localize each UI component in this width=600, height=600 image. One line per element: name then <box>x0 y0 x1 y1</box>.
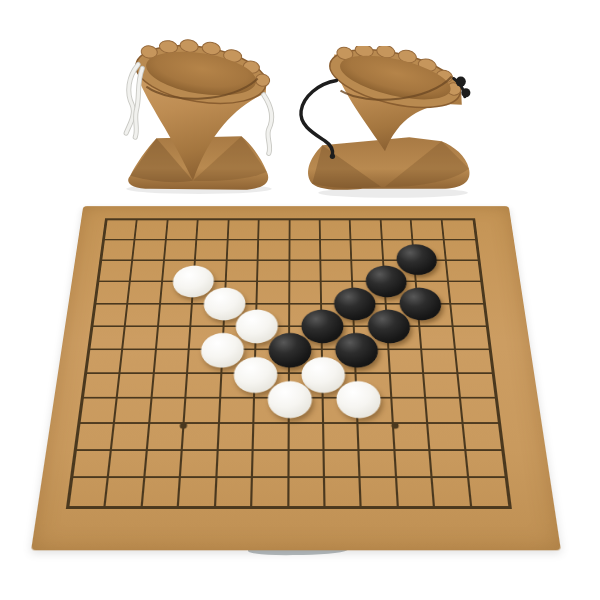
board-cell <box>289 478 326 506</box>
board-cell <box>93 304 128 327</box>
board-cell <box>324 424 360 450</box>
board-cell <box>217 451 254 478</box>
board-cell <box>431 451 469 478</box>
board-cell <box>389 350 424 374</box>
board-cell <box>469 478 508 506</box>
board-cell <box>73 451 112 478</box>
black-stone[interactable] <box>268 333 311 368</box>
board-cell <box>258 261 290 282</box>
board-cell <box>394 424 431 450</box>
board-cell <box>463 424 501 450</box>
board-cell <box>290 240 321 261</box>
board-cell <box>196 240 228 261</box>
board-cell <box>90 327 126 350</box>
board-cell <box>220 399 255 425</box>
board-cell <box>136 220 169 240</box>
board-cell <box>289 451 325 478</box>
board-cell <box>179 478 217 506</box>
board-cell <box>252 478 289 506</box>
board-cell <box>99 261 133 282</box>
board-cell <box>150 399 187 425</box>
board-cell <box>290 282 322 304</box>
board-cell <box>145 451 183 478</box>
board-cell <box>115 399 152 425</box>
stone-bag-black-cord <box>292 46 480 198</box>
board-cell <box>449 282 483 304</box>
board-perspective-wrap <box>31 206 561 550</box>
board-cell <box>433 478 472 506</box>
board-cell <box>84 374 121 399</box>
board-cell <box>77 424 115 450</box>
board-cell <box>290 220 321 240</box>
board-cell <box>131 261 165 282</box>
board-cell <box>70 478 110 506</box>
white-stone[interactable] <box>302 357 346 393</box>
board-cell <box>391 374 427 399</box>
board-cell <box>461 399 498 425</box>
board-cell <box>253 451 289 478</box>
stone-bag-white-cord <box>116 38 288 194</box>
board-cell <box>197 220 229 240</box>
board-cell <box>167 220 199 240</box>
board-cell <box>121 350 157 374</box>
stone-bag-illustration <box>292 46 480 198</box>
board-cell <box>257 282 289 304</box>
board-cell <box>325 478 362 506</box>
board-cell <box>102 240 136 261</box>
board-cell <box>148 424 185 450</box>
board-cell <box>351 220 383 240</box>
board-cell <box>422 350 458 374</box>
board-cell <box>129 282 163 304</box>
board-cell <box>155 350 190 374</box>
board-cell <box>428 424 466 450</box>
board-cell <box>227 240 259 261</box>
board-cell <box>321 261 353 282</box>
board-cell <box>157 327 192 350</box>
board-cell <box>126 304 161 327</box>
board-cell <box>152 374 188 399</box>
board-cell <box>442 220 475 240</box>
board-cell <box>352 240 384 261</box>
board-cloth <box>31 206 561 550</box>
board-cell <box>324 451 360 478</box>
board-cell <box>133 240 166 261</box>
board-cell <box>183 424 220 450</box>
board-cell <box>165 240 198 261</box>
board-cell <box>218 424 254 450</box>
board-cell <box>254 424 289 450</box>
board-cell <box>123 327 158 350</box>
black-stone[interactable] <box>335 333 379 368</box>
go-set-product-photo <box>0 0 600 600</box>
board-cell <box>259 240 290 261</box>
board-cell <box>216 478 253 506</box>
board-cell <box>226 261 258 282</box>
board-cell <box>420 327 455 350</box>
board-cell <box>290 261 322 282</box>
white-stone[interactable] <box>267 381 312 418</box>
board-cell <box>109 451 147 478</box>
board-cell <box>96 282 131 304</box>
board-cell <box>444 240 477 261</box>
board-cell <box>259 220 290 240</box>
board-cell <box>187 374 222 399</box>
black-stone[interactable] <box>334 287 377 320</box>
board-cell <box>456 350 492 374</box>
go-board <box>66 218 512 509</box>
board-cell <box>321 220 352 240</box>
board-cell <box>118 374 154 399</box>
board-cell <box>159 304 193 327</box>
board-cell <box>289 424 324 450</box>
board-cell <box>361 478 399 506</box>
board-cell <box>321 240 353 261</box>
board-cell <box>80 399 118 425</box>
board-cell <box>412 220 445 240</box>
board-cell <box>360 451 397 478</box>
board-cell <box>451 304 486 327</box>
board-cell <box>397 478 435 506</box>
board-cell <box>181 451 218 478</box>
board-cell <box>105 220 138 240</box>
board-cell <box>453 327 489 350</box>
board-cell <box>392 399 428 425</box>
board-cell <box>395 451 433 478</box>
board-cell <box>106 478 145 506</box>
stone-bag-illustration <box>116 38 288 194</box>
board-cell <box>143 478 181 506</box>
board-cell <box>466 451 505 478</box>
board-cell <box>426 399 463 425</box>
board-cell <box>87 350 123 374</box>
board-cell <box>446 261 480 282</box>
board-cell <box>458 374 495 399</box>
board-cell <box>112 424 150 450</box>
star-point <box>391 423 399 429</box>
white-stone[interactable] <box>336 381 382 418</box>
board-cell <box>185 399 221 425</box>
board-cell <box>228 220 259 240</box>
board-cell <box>359 424 395 450</box>
board-cell <box>381 220 413 240</box>
board-cell <box>424 374 460 399</box>
black-stone[interactable] <box>302 310 345 344</box>
